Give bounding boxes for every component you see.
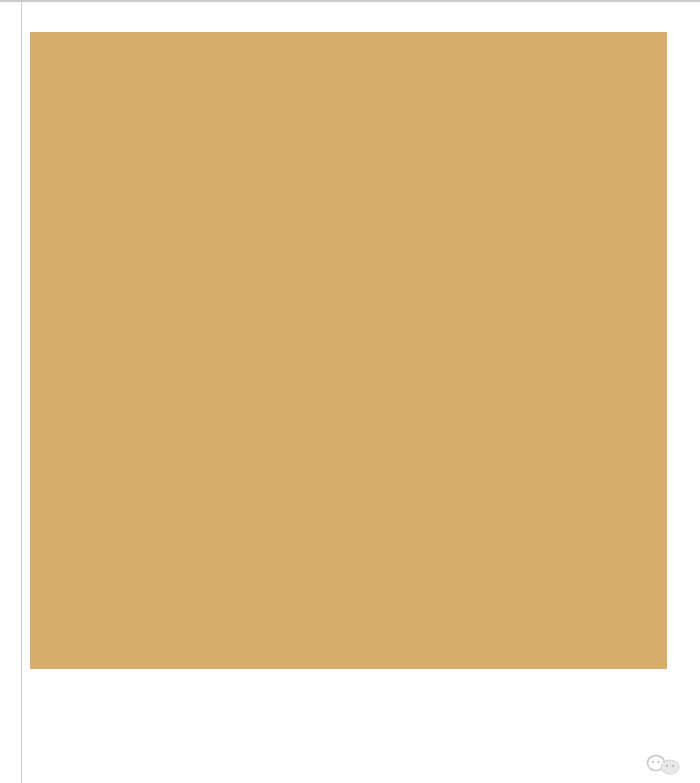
watermark bbox=[646, 752, 686, 776]
go-board bbox=[30, 32, 667, 669]
go-diagram-page bbox=[0, 0, 700, 783]
page-left-border bbox=[21, 2, 22, 783]
publisher-logo-icon bbox=[646, 752, 682, 776]
